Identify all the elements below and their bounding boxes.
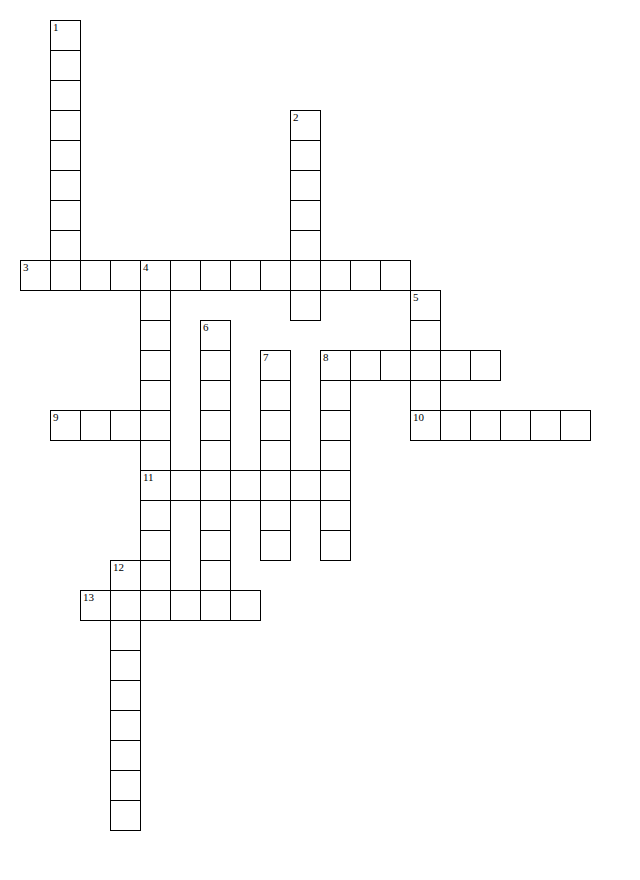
clue-number-2: 2 xyxy=(293,111,299,123)
cell-r7c9[interactable] xyxy=(290,230,321,261)
cell-r13c18[interactable] xyxy=(560,410,591,441)
cell-r20c3[interactable] xyxy=(110,620,141,651)
cell-r9c4[interactable] xyxy=(140,290,171,321)
cell-r19c7[interactable] xyxy=(230,590,261,621)
cell-r10c6[interactable]: 6 xyxy=(200,320,231,351)
cell-r3c9[interactable]: 2 xyxy=(290,110,321,141)
cell-r17c10[interactable] xyxy=(320,530,351,561)
cell-r21c3[interactable] xyxy=(110,650,141,681)
cell-r14c10[interactable] xyxy=(320,440,351,471)
clue-number-7: 7 xyxy=(263,351,269,363)
cell-r15c5[interactable] xyxy=(170,470,201,501)
cell-r13c10[interactable] xyxy=(320,410,351,441)
cell-r19c3[interactable] xyxy=(110,590,141,621)
cell-r12c10[interactable] xyxy=(320,380,351,411)
cell-r11c12[interactable] xyxy=(380,350,411,381)
cell-r4c9[interactable] xyxy=(290,140,321,171)
cell-r8c2[interactable] xyxy=(80,260,111,291)
cell-r8c12[interactable] xyxy=(380,260,411,291)
cell-r10c13[interactable] xyxy=(410,320,441,351)
cell-r11c13[interactable] xyxy=(410,350,441,381)
cell-r13c14[interactable] xyxy=(440,410,471,441)
cell-r18c3[interactable]: 12 xyxy=(110,560,141,591)
clue-number-4: 4 xyxy=(143,261,149,273)
cell-r16c8[interactable] xyxy=(260,500,291,531)
cell-r15c7[interactable] xyxy=(230,470,261,501)
cell-r11c6[interactable] xyxy=(200,350,231,381)
cell-r8c6[interactable] xyxy=(200,260,231,291)
cell-r15c9[interactable] xyxy=(290,470,321,501)
cell-r11c15[interactable] xyxy=(470,350,501,381)
cell-r8c5[interactable] xyxy=(170,260,201,291)
cell-r11c14[interactable] xyxy=(440,350,471,381)
clue-number-9: 9 xyxy=(53,411,59,423)
cell-r19c6[interactable] xyxy=(200,590,231,621)
cell-r12c6[interactable] xyxy=(200,380,231,411)
cell-r8c9[interactable] xyxy=(290,260,321,291)
cell-r6c9[interactable] xyxy=(290,200,321,231)
cell-r16c4[interactable] xyxy=(140,500,171,531)
cell-r15c10[interactable] xyxy=(320,470,351,501)
cell-r25c3[interactable] xyxy=(110,770,141,801)
cell-r8c4[interactable]: 4 xyxy=(140,260,171,291)
clue-number-13: 13 xyxy=(83,591,94,603)
cell-r19c5[interactable] xyxy=(170,590,201,621)
cell-r19c2[interactable]: 13 xyxy=(80,590,111,621)
cell-r13c3[interactable] xyxy=(110,410,141,441)
cell-r2c1[interactable] xyxy=(50,80,81,111)
cell-r11c11[interactable] xyxy=(350,350,381,381)
cell-r8c7[interactable] xyxy=(230,260,261,291)
cell-r8c0[interactable]: 3 xyxy=(20,260,51,291)
crossword-board: 12345678910111213 xyxy=(0,0,640,880)
cell-r8c10[interactable] xyxy=(320,260,351,291)
cell-r23c3[interactable] xyxy=(110,710,141,741)
cell-r14c4[interactable] xyxy=(140,440,171,471)
cell-r13c8[interactable] xyxy=(260,410,291,441)
cell-r11c8[interactable]: 7 xyxy=(260,350,291,381)
cell-r5c1[interactable] xyxy=(50,170,81,201)
clue-number-6: 6 xyxy=(203,321,209,333)
cell-r17c8[interactable] xyxy=(260,530,291,561)
cell-r13c4[interactable] xyxy=(140,410,171,441)
cell-r8c1[interactable] xyxy=(50,260,81,291)
cell-r14c6[interactable] xyxy=(200,440,231,471)
cell-r5c9[interactable] xyxy=(290,170,321,201)
clue-number-1: 1 xyxy=(53,21,59,33)
cell-r13c13[interactable]: 10 xyxy=(410,410,441,441)
cell-r17c4[interactable] xyxy=(140,530,171,561)
cell-r18c4[interactable] xyxy=(140,560,171,591)
clue-number-5: 5 xyxy=(413,291,419,303)
cell-r22c3[interactable] xyxy=(110,680,141,711)
cell-r16c10[interactable] xyxy=(320,500,351,531)
cell-r12c4[interactable] xyxy=(140,380,171,411)
cell-r9c13[interactable]: 5 xyxy=(410,290,441,321)
cell-r15c8[interactable] xyxy=(260,470,291,501)
cell-r15c4[interactable]: 11 xyxy=(140,470,171,501)
cell-r8c3[interactable] xyxy=(110,260,141,291)
clue-number-10: 10 xyxy=(413,411,424,423)
cell-r3c1[interactable] xyxy=(50,110,81,141)
cell-r9c9[interactable] xyxy=(290,290,321,321)
cell-r15c6[interactable] xyxy=(200,470,231,501)
cell-r6c1[interactable] xyxy=(50,200,81,231)
cell-r12c8[interactable] xyxy=(260,380,291,411)
cell-r12c13[interactable] xyxy=(410,380,441,411)
cell-r19c4[interactable] xyxy=(140,590,171,621)
cell-r1c1[interactable] xyxy=(50,50,81,81)
clue-number-11: 11 xyxy=(143,471,154,483)
cell-r18c6[interactable] xyxy=(200,560,231,591)
cell-r26c3[interactable] xyxy=(110,800,141,831)
cell-r7c1[interactable] xyxy=(50,230,81,261)
cell-r13c6[interactable] xyxy=(200,410,231,441)
cell-r13c2[interactable] xyxy=(80,410,111,441)
clue-number-12: 12 xyxy=(113,561,124,573)
clue-number-8: 8 xyxy=(323,351,329,363)
cell-r8c11[interactable] xyxy=(350,260,381,291)
cell-r16c6[interactable] xyxy=(200,500,231,531)
cell-r17c6[interactable] xyxy=(200,530,231,561)
cell-r0c1[interactable]: 1 xyxy=(50,20,81,51)
cell-r13c15[interactable] xyxy=(470,410,501,441)
cell-r24c3[interactable] xyxy=(110,740,141,771)
cell-r11c10[interactable]: 8 xyxy=(320,350,351,381)
cell-r13c17[interactable] xyxy=(530,410,561,441)
cell-r13c1[interactable]: 9 xyxy=(50,410,81,441)
clue-number-3: 3 xyxy=(23,261,29,273)
cell-r8c8[interactable] xyxy=(260,260,291,291)
cell-r13c16[interactable] xyxy=(500,410,531,441)
cell-r10c4[interactable] xyxy=(140,320,171,351)
cell-r4c1[interactable] xyxy=(50,140,81,171)
cell-r11c4[interactable] xyxy=(140,350,171,381)
cell-r14c8[interactable] xyxy=(260,440,291,471)
